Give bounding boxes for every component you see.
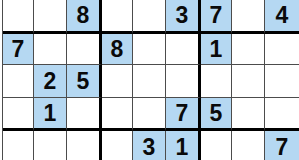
- cell-r2c9[interactable]: [265, 34, 299, 65]
- cell-r4c5[interactable]: [133, 98, 166, 131]
- cell-r4c8[interactable]: [232, 98, 265, 131]
- cell-r3c2[interactable]: 2: [34, 65, 67, 98]
- cell-r4c2[interactable]: 1: [34, 98, 67, 131]
- cell-r3c3[interactable]: 5: [67, 65, 102, 98]
- cell-r2c1[interactable]: 7: [3, 34, 34, 65]
- cell-r2c5[interactable]: [133, 34, 166, 65]
- cell-r2c2[interactable]: [34, 34, 67, 65]
- cell-r5c6[interactable]: 1: [166, 131, 201, 160]
- cell-r3c4[interactable]: [102, 65, 133, 98]
- cell-r3c1[interactable]: [3, 65, 34, 98]
- cell-r1c1[interactable]: [3, 0, 34, 34]
- cell-r5c5[interactable]: 3: [133, 131, 166, 160]
- cell-r1c2[interactable]: [34, 0, 67, 34]
- cell-r5c2[interactable]: [34, 131, 67, 160]
- cell-r3c7[interactable]: [201, 65, 232, 98]
- cell-r1c5[interactable]: [133, 0, 166, 34]
- cell-r2c3[interactable]: [67, 34, 102, 65]
- cell-r5c4[interactable]: [102, 131, 133, 160]
- cell-r2c6[interactable]: [166, 34, 201, 65]
- cell-r1c7[interactable]: 7: [201, 0, 232, 34]
- cell-r1c6[interactable]: 3: [166, 0, 201, 34]
- cell-r2c7[interactable]: 1: [201, 34, 232, 65]
- cell-r2c8[interactable]: [232, 34, 265, 65]
- cell-r3c6[interactable]: [166, 65, 201, 98]
- cell-r5c7[interactable]: [201, 131, 232, 160]
- cell-r2c4[interactable]: 8: [102, 34, 133, 65]
- cell-r1c4[interactable]: [102, 0, 133, 34]
- cell-r3c5[interactable]: [133, 65, 166, 98]
- cell-r4c3[interactable]: [67, 98, 102, 131]
- cell-r5c3[interactable]: [67, 131, 102, 160]
- cell-r4c1[interactable]: [3, 98, 34, 131]
- cell-r1c9[interactable]: 4: [265, 0, 299, 34]
- cell-r1c3[interactable]: 8: [67, 0, 102, 34]
- cell-r4c4[interactable]: [102, 98, 133, 131]
- cell-r5c9[interactable]: 7: [265, 131, 299, 160]
- cell-r1c8[interactable]: [232, 0, 265, 34]
- cell-r4c7[interactable]: 5: [201, 98, 232, 131]
- sudoku-viewport: 837478125175317: [0, 0, 299, 160]
- cell-r3c8[interactable]: [232, 65, 265, 98]
- cell-r4c9[interactable]: [265, 98, 299, 131]
- cell-r4c6[interactable]: 7: [166, 98, 201, 131]
- cell-r5c1[interactable]: [3, 131, 34, 160]
- sudoku-board: 837478125175317: [2, 0, 299, 160]
- cell-r5c8[interactable]: [232, 131, 265, 160]
- cell-r3c9[interactable]: [265, 65, 299, 98]
